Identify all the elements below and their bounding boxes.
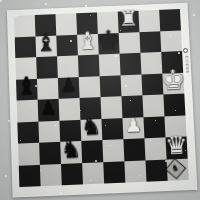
square-h8 [159,9,181,31]
square-g2 [144,137,166,160]
square-g8 [138,10,160,32]
piece-black-knight-d3: ♞ [80,115,102,139]
piece-black-knight-c2: ♞ [60,137,82,161]
square-e1 [103,161,125,184]
square-g3 [143,116,165,138]
piece-black-pawn-b4: ♟ [40,98,58,118]
square-b5 [37,77,59,99]
brand-emblem-knight-icon: ♞ [171,163,180,173]
square-a4 [17,100,39,122]
square-d6 [78,55,100,77]
piece-white-pawn-f3: ♟ [124,116,142,136]
piece-black-pawn-c5: ♟ [60,76,78,96]
square-d8 [76,12,98,34]
square-f4 [121,95,143,117]
square-c6 [57,55,79,77]
square-a7 [15,36,37,58]
square-a5: ♝ [16,78,38,100]
square-f7 [119,32,141,54]
square-d7: ♝ [77,33,99,55]
square-a3 [17,121,39,143]
square-c7 [56,34,78,56]
square-d4 [80,97,102,119]
square-g5 [141,73,163,95]
square-b6 [36,56,58,78]
square-b1 [40,163,62,186]
square-h2: ♛ [165,137,187,160]
square-f8: ♜ [118,11,140,33]
square-c2: ♞ [60,141,82,164]
square-h6 [161,51,183,73]
square-h5: ♚ [162,72,184,94]
photo-scene: ♜♝♝♚♝♟♚♟♞♟♞♛ CHESS ♞ [0,0,200,200]
square-c8 [55,13,77,35]
square-f1 [124,160,146,183]
square-b4: ♟ [38,99,60,121]
brand-emblem-icon: ♞ [166,157,185,181]
square-g7 [139,31,161,53]
board-brand-text: CHESS [184,56,190,74]
square-b8 [35,14,57,36]
square-f6 [120,53,142,75]
square-c1 [61,163,83,186]
square-f3: ♟ [122,117,144,139]
square-d3: ♞ [80,119,102,141]
snow-speckles [0,0,1,1]
square-e6 [99,54,121,76]
chessboard: ♜♝♝♚♝♟♚♟♞♟♞♛ CHESS ♞ [7,3,198,198]
board-grid: ♜♝♝♚♝♟♚♟♞♟♞♛ [14,9,189,187]
square-e2 [102,139,124,162]
square-a8 [14,15,35,37]
square-b3 [38,120,60,142]
square-b2 [39,142,61,165]
square-g6 [140,52,162,74]
square-g4 [142,94,164,116]
brand-emblem-diamond: ♞ [165,158,186,179]
square-e4 [101,96,123,118]
square-d2 [81,140,103,163]
square-a2 [18,143,40,166]
square-d1 [82,162,104,185]
square-a1 [19,164,41,187]
square-f2 [123,138,145,161]
square-e8 [97,12,119,34]
piece-white-rook-f8: ♜ [118,8,138,30]
square-e7: ♚ [98,33,120,55]
square-a6 [15,57,37,79]
square-c3 [59,119,81,141]
square-f5 [121,74,143,96]
snow-speckles-large [0,0,2,2]
square-h7 [160,30,182,52]
square-b7: ♝ [35,35,57,57]
square-e5 [100,75,122,97]
square-c5: ♟ [58,77,80,99]
brand-mark-icon [183,48,188,53]
square-h4 [163,94,185,116]
square-e3 [101,118,123,140]
square-g1 [145,159,167,182]
square-d5 [79,76,101,98]
square-h3 [164,115,186,137]
square-c4 [59,98,81,120]
